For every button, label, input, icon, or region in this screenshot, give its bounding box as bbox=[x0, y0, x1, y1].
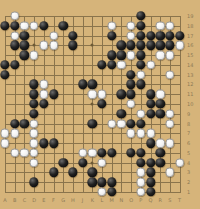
black-stone-D10[interactable] bbox=[29, 99, 38, 108]
white-stone-M18[interactable] bbox=[107, 21, 116, 30]
white-stone-E11[interactable] bbox=[39, 90, 48, 99]
white-stone-Q7[interactable] bbox=[146, 129, 155, 138]
black-stone-Q9[interactable] bbox=[146, 109, 155, 118]
column-label-T: T bbox=[178, 198, 181, 203]
white-stone-P13[interactable] bbox=[136, 70, 145, 79]
black-stone-F6[interactable] bbox=[49, 138, 58, 147]
black-stone-Q2[interactable] bbox=[146, 178, 155, 187]
white-stone-D5[interactable] bbox=[29, 148, 38, 157]
column-label-J: J bbox=[82, 198, 83, 203]
black-stone-P4[interactable] bbox=[136, 158, 145, 167]
black-stone-S17[interactable] bbox=[165, 31, 174, 40]
grid-line-vertical bbox=[112, 16, 113, 193]
black-stone-R5[interactable] bbox=[155, 148, 164, 157]
column-label-R: R bbox=[158, 198, 161, 203]
white-stone-L11[interactable] bbox=[97, 90, 106, 99]
black-stone-J12[interactable] bbox=[78, 80, 87, 89]
white-stone-T4[interactable] bbox=[175, 158, 184, 167]
black-stone-Q16[interactable] bbox=[146, 41, 155, 50]
white-stone-K11[interactable] bbox=[88, 90, 97, 99]
row-label-13: 13 bbox=[187, 72, 193, 77]
black-stone-Q4[interactable] bbox=[146, 158, 155, 167]
black-stone-Q17[interactable] bbox=[146, 31, 155, 40]
white-stone-P2[interactable] bbox=[136, 178, 145, 187]
white-stone-B17[interactable] bbox=[10, 31, 19, 40]
white-stone-O10[interactable] bbox=[126, 99, 135, 108]
black-stone-O8[interactable] bbox=[126, 119, 135, 128]
column-label-M: M bbox=[110, 198, 114, 203]
black-stone-R10[interactable] bbox=[155, 99, 164, 108]
white-stone-C5[interactable] bbox=[20, 148, 29, 157]
black-stone-O13[interactable] bbox=[126, 70, 135, 79]
row-label-10: 10 bbox=[187, 102, 193, 107]
black-stone-P8[interactable] bbox=[136, 119, 145, 128]
white-stone-B5[interactable] bbox=[10, 148, 19, 157]
white-stone-C18[interactable] bbox=[20, 21, 29, 30]
star-point bbox=[91, 103, 94, 106]
black-stone-J4[interactable] bbox=[78, 158, 87, 167]
column-label-O: O bbox=[129, 198, 133, 203]
black-stone-P18[interactable] bbox=[136, 21, 145, 30]
white-stone-O17[interactable] bbox=[126, 31, 135, 40]
row-label-5: 5 bbox=[187, 150, 190, 155]
row-label-12: 12 bbox=[187, 82, 193, 87]
white-stone-M8[interactable] bbox=[107, 119, 116, 128]
black-stone-B8[interactable] bbox=[10, 119, 19, 128]
black-stone-P16[interactable] bbox=[136, 41, 145, 50]
white-stone-S9[interactable] bbox=[165, 109, 174, 118]
white-stone-P7[interactable] bbox=[136, 129, 145, 138]
row-label-6: 6 bbox=[187, 141, 190, 146]
black-stone-N9[interactable] bbox=[117, 109, 126, 118]
black-stone-H3[interactable] bbox=[68, 168, 77, 177]
black-stone-Q3[interactable] bbox=[146, 168, 155, 177]
column-label-P: P bbox=[139, 198, 142, 203]
black-stone-H16[interactable] bbox=[68, 41, 77, 50]
black-stone-M17[interactable] bbox=[107, 31, 116, 40]
black-stone-D12[interactable] bbox=[29, 80, 38, 89]
black-stone-P15[interactable] bbox=[136, 50, 145, 59]
row-label-1: 1 bbox=[187, 190, 190, 195]
row-label-19: 19 bbox=[187, 14, 193, 19]
black-stone-H17[interactable] bbox=[68, 31, 77, 40]
white-stone-D8[interactable] bbox=[29, 119, 38, 128]
row-label-11: 11 bbox=[187, 92, 193, 97]
black-stone-O5[interactable] bbox=[126, 148, 135, 157]
black-stone-E6[interactable] bbox=[39, 138, 48, 147]
black-stone-Q1[interactable] bbox=[146, 187, 155, 196]
black-stone-A18[interactable] bbox=[0, 21, 9, 30]
black-stone-A13[interactable] bbox=[0, 70, 9, 79]
black-stone-E10[interactable] bbox=[39, 99, 48, 108]
white-stone-S18[interactable] bbox=[165, 21, 174, 30]
white-stone-S3[interactable] bbox=[165, 168, 174, 177]
row-label-15: 15 bbox=[187, 53, 193, 58]
white-stone-S6[interactable] bbox=[165, 138, 174, 147]
white-stone-D18[interactable] bbox=[29, 21, 38, 30]
row-label-16: 16 bbox=[187, 43, 193, 48]
black-stone-E18[interactable] bbox=[39, 21, 48, 30]
black-stone-M1[interactable] bbox=[107, 187, 116, 196]
star-point bbox=[91, 44, 94, 47]
black-stone-R16[interactable] bbox=[155, 41, 164, 50]
white-stone-P9[interactable] bbox=[136, 109, 145, 118]
white-stone-S13[interactable] bbox=[165, 70, 174, 79]
white-stone-K5[interactable] bbox=[88, 148, 97, 157]
black-stone-L2[interactable] bbox=[97, 178, 106, 187]
black-stone-K2[interactable] bbox=[88, 178, 97, 187]
column-label-G: G bbox=[61, 198, 65, 203]
column-label-K: K bbox=[91, 198, 94, 203]
black-stone-P17[interactable] bbox=[136, 31, 145, 40]
black-stone-R17[interactable] bbox=[155, 31, 164, 40]
white-stone-O18[interactable] bbox=[126, 21, 135, 30]
white-stone-D15[interactable] bbox=[29, 50, 38, 59]
column-label-H: H bbox=[71, 198, 75, 203]
white-stone-F17[interactable] bbox=[49, 31, 58, 40]
white-stone-F16[interactable] bbox=[49, 41, 58, 50]
black-stone-Q6[interactable] bbox=[146, 138, 155, 147]
white-stone-R6[interactable] bbox=[155, 138, 164, 147]
black-stone-M2[interactable] bbox=[107, 178, 116, 187]
white-stone-P1[interactable] bbox=[136, 187, 145, 196]
column-label-E: E bbox=[42, 198, 45, 203]
black-stone-F11[interactable] bbox=[49, 90, 58, 99]
black-stone-O11[interactable] bbox=[126, 90, 135, 99]
white-stone-R18[interactable] bbox=[155, 21, 164, 30]
white-stone-E16[interactable] bbox=[39, 41, 48, 50]
white-stone-O7[interactable] bbox=[126, 129, 135, 138]
black-stone-G18[interactable] bbox=[58, 21, 67, 30]
column-label-B: B bbox=[13, 198, 16, 203]
black-stone-N16[interactable] bbox=[117, 41, 126, 50]
black-stone-L10[interactable] bbox=[97, 99, 106, 108]
white-stone-E12[interactable] bbox=[39, 80, 48, 89]
black-stone-L5[interactable] bbox=[97, 148, 106, 157]
white-stone-A6[interactable] bbox=[0, 138, 9, 147]
row-label-18: 18 bbox=[187, 23, 193, 28]
black-stone-T17[interactable] bbox=[175, 31, 184, 40]
white-stone-T16[interactable] bbox=[175, 41, 184, 50]
black-stone-Q11[interactable] bbox=[146, 90, 155, 99]
row-label-3: 3 bbox=[187, 170, 190, 175]
row-label-4: 4 bbox=[187, 160, 190, 165]
white-stone-D7[interactable] bbox=[29, 129, 38, 138]
column-label-C: C bbox=[23, 198, 27, 203]
star-point bbox=[91, 161, 94, 164]
white-stone-D4[interactable] bbox=[29, 158, 38, 167]
black-stone-L14[interactable] bbox=[97, 60, 106, 69]
column-label-A: A bbox=[3, 198, 6, 203]
black-stone-B14[interactable] bbox=[10, 60, 19, 69]
white-stone-O15[interactable] bbox=[126, 50, 135, 59]
white-stone-L4[interactable] bbox=[97, 158, 106, 167]
black-stone-B16[interactable] bbox=[10, 41, 19, 50]
white-stone-L1[interactable] bbox=[97, 187, 106, 196]
white-stone-S15[interactable] bbox=[165, 50, 174, 59]
white-stone-D6[interactable] bbox=[29, 138, 38, 147]
black-stone-G4[interactable] bbox=[58, 158, 67, 167]
black-stone-P5[interactable] bbox=[136, 148, 145, 157]
black-stone-A14[interactable] bbox=[0, 60, 9, 69]
black-stone-C17[interactable] bbox=[20, 31, 29, 40]
row-label-2: 2 bbox=[187, 180, 190, 185]
black-stone-K3[interactable] bbox=[88, 168, 97, 177]
go-board-screenshot: ABCDEFGHJKLMNOPQRST191817161514131211109… bbox=[0, 0, 200, 209]
column-label-F: F bbox=[52, 198, 55, 203]
row-label-17: 17 bbox=[187, 33, 193, 38]
row-label-7: 7 bbox=[187, 131, 190, 136]
black-stone-P14[interactable] bbox=[136, 60, 145, 69]
column-label-N: N bbox=[120, 198, 124, 203]
black-stone-N15[interactable] bbox=[117, 50, 126, 59]
white-stone-P3[interactable] bbox=[136, 168, 145, 177]
black-stone-O12[interactable] bbox=[126, 80, 135, 89]
black-stone-D9[interactable] bbox=[29, 109, 38, 118]
star-point bbox=[33, 44, 36, 47]
black-stone-P19[interactable] bbox=[136, 11, 145, 20]
black-stone-R4[interactable] bbox=[155, 158, 164, 167]
black-stone-K12[interactable] bbox=[88, 80, 97, 89]
row-label-14: 14 bbox=[187, 62, 193, 67]
white-stone-S8[interactable] bbox=[165, 119, 174, 128]
black-stone-D2[interactable] bbox=[29, 178, 38, 187]
black-stone-F3[interactable] bbox=[49, 168, 58, 177]
black-stone-C15[interactable] bbox=[20, 50, 29, 59]
white-stone-R15[interactable] bbox=[155, 50, 164, 59]
black-stone-M15[interactable] bbox=[107, 50, 116, 59]
white-stone-R11[interactable] bbox=[155, 90, 164, 99]
black-stone-Q10[interactable] bbox=[146, 99, 155, 108]
column-label-Q: Q bbox=[149, 198, 153, 203]
column-label-D: D bbox=[32, 198, 36, 203]
black-stone-R9[interactable] bbox=[155, 109, 164, 118]
black-stone-C8[interactable] bbox=[20, 119, 29, 128]
row-label-8: 8 bbox=[187, 121, 190, 126]
black-stone-P12[interactable] bbox=[136, 80, 145, 89]
black-stone-K8[interactable] bbox=[88, 119, 97, 128]
white-stone-N14[interactable] bbox=[117, 60, 126, 69]
black-stone-N11[interactable] bbox=[117, 90, 126, 99]
column-label-S: S bbox=[168, 198, 171, 203]
white-stone-B19[interactable] bbox=[10, 11, 19, 20]
white-stone-A7[interactable] bbox=[0, 129, 9, 138]
white-stone-Q14[interactable] bbox=[146, 60, 155, 69]
black-stone-C16[interactable] bbox=[20, 41, 29, 50]
black-stone-M5[interactable] bbox=[107, 148, 116, 157]
black-stone-S16[interactable] bbox=[165, 41, 174, 50]
black-stone-M14[interactable] bbox=[107, 60, 116, 69]
white-stone-B7[interactable] bbox=[10, 129, 19, 138]
white-stone-J5[interactable] bbox=[78, 148, 87, 157]
white-stone-N8[interactable] bbox=[117, 119, 126, 128]
black-stone-B18[interactable] bbox=[10, 21, 19, 30]
black-stone-O16[interactable] bbox=[126, 41, 135, 50]
black-stone-D11[interactable] bbox=[29, 90, 38, 99]
column-label-L: L bbox=[101, 198, 104, 203]
row-label-9: 9 bbox=[187, 111, 190, 116]
go-board[interactable]: ABCDEFGHJKLMNOPQRST191817161514131211109… bbox=[0, 0, 200, 209]
